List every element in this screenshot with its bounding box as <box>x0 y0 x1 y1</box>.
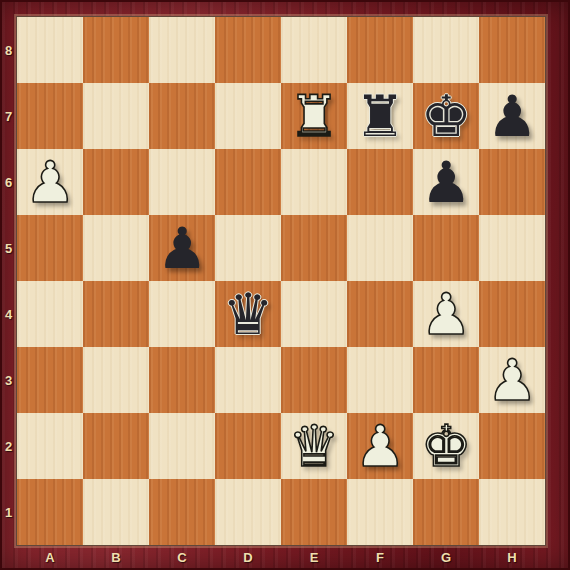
chess-board: ♜♜♚♟♟♟♟♛♟♟♛♟♚ <box>17 17 545 545</box>
square-f3[interactable] <box>347 347 413 413</box>
square-f6[interactable] <box>347 149 413 215</box>
file-label-b: B <box>83 545 149 570</box>
square-h1[interactable] <box>479 479 545 545</box>
square-g5[interactable] <box>413 215 479 281</box>
file-label-c: C <box>149 545 215 570</box>
square-f1[interactable] <box>347 479 413 545</box>
square-d1[interactable] <box>215 479 281 545</box>
square-a1[interactable] <box>17 479 83 545</box>
square-f5[interactable] <box>347 215 413 281</box>
piece-black-king[interactable]: ♚ <box>413 83 479 149</box>
rank-label-7: 7 <box>0 83 17 149</box>
square-g6[interactable]: ♟ <box>413 149 479 215</box>
square-h4[interactable] <box>479 281 545 347</box>
square-b2[interactable] <box>83 413 149 479</box>
square-a2[interactable] <box>17 413 83 479</box>
rank-label-6: 6 <box>0 149 17 215</box>
piece-black-rook[interactable]: ♜ <box>347 83 413 149</box>
square-b6[interactable] <box>83 149 149 215</box>
square-f4[interactable] <box>347 281 413 347</box>
square-a7[interactable] <box>17 83 83 149</box>
square-f2[interactable]: ♟ <box>347 413 413 479</box>
square-c5[interactable]: ♟ <box>149 215 215 281</box>
rank-label-3: 3 <box>0 347 17 413</box>
square-c1[interactable] <box>149 479 215 545</box>
square-e3[interactable] <box>281 347 347 413</box>
file-label-g: G <box>413 545 479 570</box>
rank-label-1: 1 <box>0 479 17 545</box>
piece-white-rook[interactable]: ♜ <box>281 83 347 149</box>
square-e6[interactable] <box>281 149 347 215</box>
square-a6[interactable]: ♟ <box>17 149 83 215</box>
square-b5[interactable] <box>83 215 149 281</box>
file-label-d: D <box>215 545 281 570</box>
piece-white-queen[interactable]: ♛ <box>281 413 347 479</box>
piece-black-pawn[interactable]: ♟ <box>413 149 479 215</box>
square-a3[interactable] <box>17 347 83 413</box>
square-h2[interactable] <box>479 413 545 479</box>
square-c8[interactable] <box>149 17 215 83</box>
square-d8[interactable] <box>215 17 281 83</box>
square-h8[interactable] <box>479 17 545 83</box>
square-d4[interactable]: ♛ <box>215 281 281 347</box>
square-d5[interactable] <box>215 215 281 281</box>
square-c3[interactable] <box>149 347 215 413</box>
board-frame: ♜♜♚♟♟♟♟♛♟♟♛♟♚ 87654321ABCDEFGH <box>0 0 570 570</box>
square-c6[interactable] <box>149 149 215 215</box>
square-c2[interactable] <box>149 413 215 479</box>
square-g1[interactable] <box>413 479 479 545</box>
square-c7[interactable] <box>149 83 215 149</box>
square-d3[interactable] <box>215 347 281 413</box>
square-f8[interactable] <box>347 17 413 83</box>
square-a8[interactable] <box>17 17 83 83</box>
square-a5[interactable] <box>17 215 83 281</box>
piece-white-pawn[interactable]: ♟ <box>413 281 479 347</box>
square-g7[interactable]: ♚ <box>413 83 479 149</box>
square-e5[interactable] <box>281 215 347 281</box>
square-h6[interactable] <box>479 149 545 215</box>
square-d2[interactable] <box>215 413 281 479</box>
square-b1[interactable] <box>83 479 149 545</box>
piece-black-pawn[interactable]: ♟ <box>149 215 215 281</box>
square-e1[interactable] <box>281 479 347 545</box>
square-e2[interactable]: ♛ <box>281 413 347 479</box>
square-b4[interactable] <box>83 281 149 347</box>
piece-white-pawn[interactable]: ♟ <box>479 347 545 413</box>
square-e7[interactable]: ♜ <box>281 83 347 149</box>
file-label-f: F <box>347 545 413 570</box>
square-e8[interactable] <box>281 17 347 83</box>
square-g4[interactable]: ♟ <box>413 281 479 347</box>
square-g2[interactable]: ♚ <box>413 413 479 479</box>
piece-black-queen[interactable]: ♛ <box>215 281 281 347</box>
square-c4[interactable] <box>149 281 215 347</box>
square-a4[interactable] <box>17 281 83 347</box>
piece-black-pawn[interactable]: ♟ <box>479 83 545 149</box>
piece-white-pawn[interactable]: ♟ <box>347 413 413 479</box>
file-label-h: H <box>479 545 545 570</box>
file-label-a: A <box>17 545 83 570</box>
square-h5[interactable] <box>479 215 545 281</box>
square-b3[interactable] <box>83 347 149 413</box>
rank-label-8: 8 <box>0 17 17 83</box>
square-g3[interactable] <box>413 347 479 413</box>
square-d6[interactable] <box>215 149 281 215</box>
square-g8[interactable] <box>413 17 479 83</box>
piece-white-pawn[interactable]: ♟ <box>17 149 83 215</box>
square-h7[interactable]: ♟ <box>479 83 545 149</box>
piece-white-king[interactable]: ♚ <box>413 413 479 479</box>
square-d7[interactable] <box>215 83 281 149</box>
file-label-e: E <box>281 545 347 570</box>
square-b7[interactable] <box>83 83 149 149</box>
rank-label-2: 2 <box>0 413 17 479</box>
square-e4[interactable] <box>281 281 347 347</box>
rank-label-4: 4 <box>0 281 17 347</box>
rank-label-5: 5 <box>0 215 17 281</box>
square-b8[interactable] <box>83 17 149 83</box>
square-f7[interactable]: ♜ <box>347 83 413 149</box>
square-h3[interactable]: ♟ <box>479 347 545 413</box>
